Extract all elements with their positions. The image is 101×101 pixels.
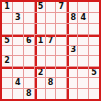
cell-r5c6[interactable] <box>56 46 66 56</box>
cell-r5c1[interactable] <box>2 46 12 56</box>
cell-r2c6[interactable] <box>56 13 66 23</box>
cell-r4c5[interactable]: 7 <box>46 35 56 45</box>
cell-r6c8[interactable] <box>78 56 88 66</box>
cell-r5c4[interactable] <box>35 46 45 56</box>
cell-r1c4[interactable]: 5 <box>35 2 45 12</box>
cell-r8c3[interactable] <box>24 78 34 88</box>
cell-r4c4[interactable]: 1 <box>35 35 45 45</box>
cell-r9c3[interactable]: 8 <box>24 89 34 99</box>
cell-r3c5[interactable] <box>46 24 56 34</box>
cell-r7c1[interactable] <box>2 67 12 77</box>
cell-r4c9[interactable] <box>89 35 99 45</box>
cell-r8c2[interactable]: 4 <box>13 78 23 88</box>
cell-r3c3[interactable] <box>24 24 34 34</box>
cell-r5c7[interactable]: 3 <box>67 46 77 56</box>
cell-r4c3[interactable]: 6 <box>24 35 34 45</box>
cell-r1c2[interactable] <box>13 2 23 12</box>
cell-r3c7[interactable] <box>67 24 77 34</box>
cell-r6c3[interactable] <box>24 56 34 66</box>
cell-r5c2[interactable] <box>13 46 23 56</box>
cell-r9c6[interactable] <box>56 89 66 99</box>
cell-r2c3[interactable] <box>24 13 34 23</box>
cell-r9c9[interactable] <box>89 89 99 99</box>
cell-r4c2[interactable] <box>13 35 23 45</box>
cell-r1c6[interactable]: 7 <box>56 2 66 12</box>
cell-r3c6[interactable] <box>56 24 66 34</box>
cell-r7c7[interactable] <box>67 67 77 77</box>
cell-r7c4[interactable]: 2 <box>35 67 45 77</box>
cell-r2c5[interactable] <box>46 13 56 23</box>
cell-r5c9[interactable] <box>89 46 99 56</box>
cell-r2c1[interactable] <box>2 13 12 23</box>
sudoku-board: 15738456173225488 <box>0 0 101 101</box>
cell-r2c9[interactable] <box>89 13 99 23</box>
cell-r9c7[interactable] <box>67 89 77 99</box>
cell-r8c9[interactable] <box>89 78 99 88</box>
cell-r6c6[interactable] <box>56 56 66 66</box>
cell-r2c2[interactable]: 3 <box>13 13 23 23</box>
cell-r9c2[interactable] <box>13 89 23 99</box>
cell-r3c2[interactable] <box>13 24 23 34</box>
cell-r6c5[interactable] <box>46 56 56 66</box>
cell-r9c8[interactable] <box>78 89 88 99</box>
cell-r8c5[interactable]: 8 <box>46 78 56 88</box>
cell-r5c5[interactable] <box>46 46 56 56</box>
cell-r4c8[interactable] <box>78 35 88 45</box>
cell-r3c1[interactable] <box>2 24 12 34</box>
cell-r6c2[interactable] <box>13 56 23 66</box>
cell-r3c4[interactable] <box>35 24 45 34</box>
cell-r1c3[interactable] <box>24 2 34 12</box>
cell-r8c7[interactable] <box>67 78 77 88</box>
cell-r4c7[interactable] <box>67 35 77 45</box>
cell-r4c1[interactable]: 5 <box>2 35 12 45</box>
cell-r9c5[interactable] <box>46 89 56 99</box>
cell-r4c6[interactable] <box>56 35 66 45</box>
cell-r8c6[interactable] <box>56 78 66 88</box>
cell-r2c4[interactable] <box>35 13 45 23</box>
cell-r7c6[interactable] <box>56 67 66 77</box>
cell-r8c8[interactable] <box>78 78 88 88</box>
cell-r1c5[interactable] <box>46 2 56 12</box>
cell-r9c4[interactable] <box>35 89 45 99</box>
cell-r7c8[interactable] <box>78 67 88 77</box>
cell-r7c2[interactable] <box>13 67 23 77</box>
cell-r8c1[interactable] <box>2 78 12 88</box>
cell-r2c7[interactable]: 8 <box>67 13 77 23</box>
cell-r6c7[interactable] <box>67 56 77 66</box>
cell-r7c9[interactable]: 5 <box>89 67 99 77</box>
cell-r9c1[interactable] <box>2 89 12 99</box>
cell-r3c8[interactable] <box>78 24 88 34</box>
cell-r7c3[interactable] <box>24 67 34 77</box>
cell-r3c9[interactable] <box>89 24 99 34</box>
cell-r6c9[interactable] <box>89 56 99 66</box>
cell-r1c1[interactable]: 1 <box>2 2 12 12</box>
cell-r1c8[interactable] <box>78 2 88 12</box>
cell-r5c3[interactable] <box>24 46 34 56</box>
cell-r1c9[interactable] <box>89 2 99 12</box>
cell-r1c7[interactable] <box>67 2 77 12</box>
cell-r8c4[interactable] <box>35 78 45 88</box>
cell-r6c1[interactable]: 2 <box>2 56 12 66</box>
cell-r2c8[interactable]: 4 <box>78 13 88 23</box>
cell-r5c8[interactable] <box>78 46 88 56</box>
cell-r7c5[interactable] <box>46 67 56 77</box>
cell-r6c4[interactable] <box>35 56 45 66</box>
